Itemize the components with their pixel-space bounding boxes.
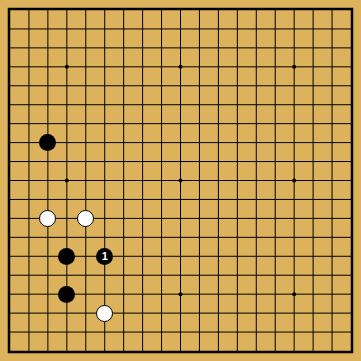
go-board: 1 (0, 0, 361, 361)
white-stone-F3 (96, 305, 113, 322)
move-number-label: 1 (102, 250, 108, 261)
white-stone-E8 (77, 210, 94, 227)
stones-layer: 1 (1, 1, 361, 361)
black-stone-C12 (39, 134, 56, 151)
black-stone-D6 (58, 248, 75, 265)
white-stone-C8 (39, 210, 56, 227)
black-stone-D4 (58, 286, 75, 303)
move-1-stone-F6: 1 (96, 248, 113, 265)
